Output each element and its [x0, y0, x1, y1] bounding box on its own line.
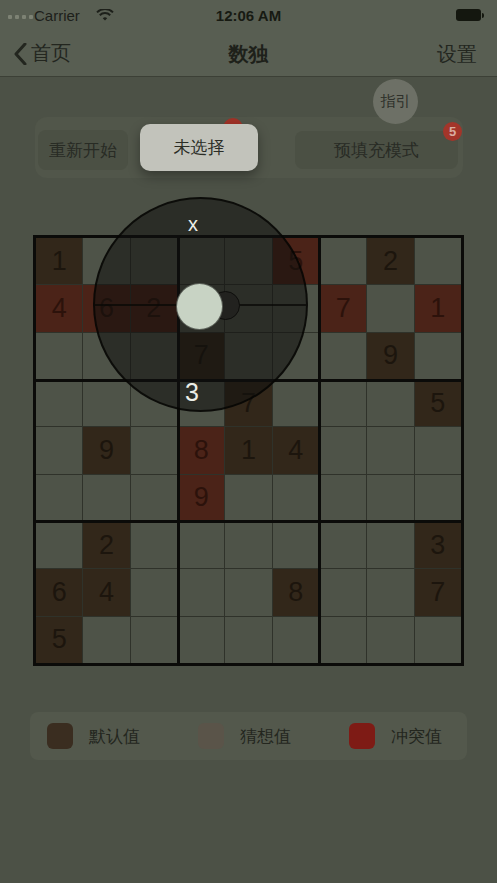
sudoku-cell-r1c1[interactable]: 1 [36, 238, 82, 284]
sudoku-cell-r7c8[interactable] [367, 522, 413, 568]
sudoku-cell-r7c5[interactable] [225, 522, 271, 568]
sudoku-cell-r9c3[interactable] [131, 617, 177, 663]
sudoku-cell-r6c7[interactable] [320, 475, 366, 521]
legend-label-3: 冲突值 [391, 725, 442, 748]
sudoku-cell-r8c7[interactable] [320, 569, 366, 615]
sudoku-cell-r4c7[interactable] [320, 380, 366, 426]
sudoku-cell-r2c8[interactable] [367, 285, 413, 331]
legend-item-2: 猜想值 [198, 723, 291, 749]
prefill-mode-button[interactable]: 预填充模式 5 [295, 131, 458, 169]
sudoku-cell-r9c4[interactable] [178, 617, 224, 663]
sudoku-cell-r9c6[interactable] [273, 617, 319, 663]
sudoku-cell-r6c2[interactable] [83, 475, 129, 521]
sudoku-cell-r8c5[interactable] [225, 569, 271, 615]
nav-bar: 首页 数独 设置 [0, 30, 497, 77]
sudoku-cell-r8c1[interactable]: 6 [36, 569, 82, 615]
gesture-digit-label[interactable]: 3 [185, 378, 199, 407]
status-bar: Carrier 12:06 AM [0, 0, 497, 30]
battery-icon [456, 9, 481, 21]
legend-label-1: 默认值 [89, 725, 140, 748]
sudoku-cell-r1c7[interactable] [320, 238, 366, 284]
sudoku-cell-r2c7[interactable]: 7 [320, 285, 366, 331]
sudoku-cell-r9c1[interactable]: 5 [36, 617, 82, 663]
sudoku-cell-r5c9[interactable] [415, 427, 461, 473]
sudoku-cell-r8c8[interactable] [367, 569, 413, 615]
legend-swatch-1 [47, 723, 73, 749]
page-title: 数独 [0, 41, 497, 68]
sudoku-cell-r8c4[interactable] [178, 569, 224, 615]
sudoku-cell-r3c8[interactable]: 9 [367, 333, 413, 379]
sudoku-cell-r5c4[interactable]: 8 [178, 427, 224, 473]
legend-item-3: 冲突值 [349, 723, 442, 749]
sudoku-cell-r6c4[interactable]: 9 [178, 475, 224, 521]
sudoku-cell-r4c6[interactable] [273, 380, 319, 426]
box-divider-horizontal-2 [36, 520, 461, 523]
sudoku-cell-r8c2[interactable]: 4 [83, 569, 129, 615]
sudoku-cell-r6c3[interactable] [131, 475, 177, 521]
sudoku-cell-r7c2[interactable]: 2 [83, 522, 129, 568]
sudoku-cell-r6c9[interactable] [415, 475, 461, 521]
legend-label-2: 猜想值 [240, 725, 291, 748]
sudoku-cell-r4c2[interactable] [83, 380, 129, 426]
sudoku-cell-r3c9[interactable] [415, 333, 461, 379]
legend-card: 默认值猜想值冲突值 [30, 712, 467, 760]
sudoku-cell-r8c3[interactable] [131, 569, 177, 615]
sudoku-cell-r7c3[interactable] [131, 522, 177, 568]
restart-button[interactable]: 重新开始 [38, 130, 128, 170]
sudoku-cell-r9c5[interactable] [225, 617, 271, 663]
box-divider-vertical-2 [318, 238, 321, 663]
legend-swatch-2 [198, 723, 224, 749]
sudoku-cell-r6c1[interactable] [36, 475, 82, 521]
legend-swatch-3 [349, 723, 375, 749]
gesture-touch-dot[interactable] [176, 283, 223, 330]
sudoku-cell-r5c3[interactable] [131, 427, 177, 473]
sudoku-cell-r4c1[interactable] [36, 380, 82, 426]
sudoku-cell-r4c9[interactable]: 5 [415, 380, 461, 426]
sudoku-cell-r4c8[interactable] [367, 380, 413, 426]
sudoku-cell-r1c8[interactable]: 2 [367, 238, 413, 284]
sudoku-cell-r2c9[interactable]: 1 [415, 285, 461, 331]
prefill-badge: 5 [443, 122, 462, 141]
sudoku-cell-r6c5[interactable] [225, 475, 271, 521]
sudoku-cell-r3c7[interactable] [320, 333, 366, 379]
sudoku-cell-r5c6[interactable]: 4 [273, 427, 319, 473]
gesture-cancel-label[interactable]: x [188, 213, 198, 236]
sudoku-cell-r8c9[interactable]: 7 [415, 569, 461, 615]
sudoku-cell-r6c6[interactable] [273, 475, 319, 521]
sudoku-cell-r5c7[interactable] [320, 427, 366, 473]
sudoku-cell-r5c5[interactable]: 1 [225, 427, 271, 473]
sudoku-cell-r7c4[interactable] [178, 522, 224, 568]
sudoku-cell-r5c1[interactable] [36, 427, 82, 473]
sudoku-cell-r9c8[interactable] [367, 617, 413, 663]
sudoku-cell-r7c9[interactable]: 3 [415, 522, 461, 568]
clock-label: 12:06 AM [0, 7, 497, 24]
sudoku-cell-r9c7[interactable] [320, 617, 366, 663]
settings-button[interactable]: 设置 [437, 41, 477, 68]
sudoku-cell-r9c2[interactable] [83, 617, 129, 663]
prefill-mode-label: 预填充模式 [334, 139, 419, 162]
sudoku-cell-r8c6[interactable]: 8 [273, 569, 319, 615]
selection-popup-button[interactable]: 未选择 [140, 124, 258, 171]
guide-button[interactable]: 指引 [373, 79, 418, 124]
sudoku-cell-r2c1[interactable]: 4 [36, 285, 82, 331]
sudoku-cell-r3c1[interactable] [36, 333, 82, 379]
sudoku-cell-r7c6[interactable] [273, 522, 319, 568]
sudoku-cell-r6c8[interactable] [367, 475, 413, 521]
legend-item-1: 默认值 [47, 723, 140, 749]
sudoku-cell-r5c2[interactable]: 9 [83, 427, 129, 473]
sudoku-cell-r7c1[interactable] [36, 522, 82, 568]
sudoku-cell-r1c9[interactable] [415, 238, 461, 284]
sudoku-cell-r7c7[interactable] [320, 522, 366, 568]
sudoku-cell-r5c8[interactable] [367, 427, 413, 473]
sudoku-cell-r9c9[interactable] [415, 617, 461, 663]
